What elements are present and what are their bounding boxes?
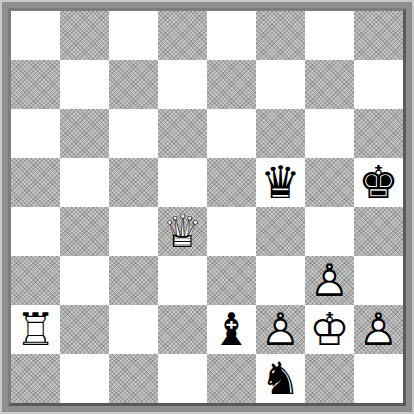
square-d1[interactable] — [158, 354, 207, 403]
square-e8[interactable] — [207, 11, 256, 60]
square-b4[interactable] — [60, 207, 109, 256]
black-knight-glyph: ♞ — [256, 354, 305, 403]
square-h4[interactable] — [354, 207, 403, 256]
white-pawn[interactable]: ♟♙ — [354, 305, 403, 354]
white-rook-glyph: ♖ — [11, 305, 60, 354]
square-e4[interactable] — [207, 207, 256, 256]
square-c6[interactable] — [109, 109, 158, 158]
black-queen[interactable]: ♛ — [256, 158, 305, 207]
square-e1[interactable] — [207, 354, 256, 403]
square-h3[interactable] — [354, 256, 403, 305]
square-f2[interactable]: ♟♙ — [256, 305, 305, 354]
square-a2[interactable]: ♜♖ — [11, 305, 60, 354]
square-a3[interactable] — [11, 256, 60, 305]
white-pawn-glyph: ♙ — [305, 256, 354, 305]
square-b7[interactable] — [60, 60, 109, 109]
square-e3[interactable] — [207, 256, 256, 305]
square-c5[interactable] — [109, 158, 158, 207]
square-c1[interactable] — [109, 354, 158, 403]
square-g7[interactable] — [305, 60, 354, 109]
square-a8[interactable] — [11, 11, 60, 60]
square-e7[interactable] — [207, 60, 256, 109]
square-c8[interactable] — [109, 11, 158, 60]
black-king[interactable]: ♚ — [354, 158, 403, 207]
square-a5[interactable] — [11, 158, 60, 207]
white-rook[interactable]: ♜♖ — [11, 305, 60, 354]
square-b6[interactable] — [60, 109, 109, 158]
square-f1[interactable]: ♞ — [256, 354, 305, 403]
chess-board: ♛♚♛♕♟♙♜♖♝♟♙♚♔♟♙♞ — [8, 8, 406, 406]
square-h1[interactable] — [354, 354, 403, 403]
square-f6[interactable] — [256, 109, 305, 158]
square-b5[interactable] — [60, 158, 109, 207]
square-g6[interactable] — [305, 109, 354, 158]
square-a6[interactable] — [11, 109, 60, 158]
square-h8[interactable] — [354, 11, 403, 60]
white-king[interactable]: ♚♔ — [305, 305, 354, 354]
square-c2[interactable] — [109, 305, 158, 354]
white-queen[interactable]: ♛♕ — [158, 207, 207, 256]
square-g8[interactable] — [305, 11, 354, 60]
white-pawn[interactable]: ♟♙ — [256, 305, 305, 354]
square-d7[interactable] — [158, 60, 207, 109]
square-h7[interactable] — [354, 60, 403, 109]
square-b1[interactable] — [60, 354, 109, 403]
square-e6[interactable] — [207, 109, 256, 158]
square-c7[interactable] — [109, 60, 158, 109]
square-e2[interactable]: ♝ — [207, 305, 256, 354]
black-bishop-glyph: ♝ — [207, 305, 256, 354]
board-frame: ♛♚♛♕♟♙♜♖♝♟♙♚♔♟♙♞ — [0, 0, 414, 414]
square-h5[interactable]: ♚ — [354, 158, 403, 207]
square-a7[interactable] — [11, 60, 60, 109]
square-d5[interactable] — [158, 158, 207, 207]
square-e5[interactable] — [207, 158, 256, 207]
black-king-glyph: ♚ — [354, 158, 403, 207]
square-d6[interactable] — [158, 109, 207, 158]
square-g1[interactable] — [305, 354, 354, 403]
square-h2[interactable]: ♟♙ — [354, 305, 403, 354]
white-pawn[interactable]: ♟♙ — [305, 256, 354, 305]
black-knight[interactable]: ♞ — [256, 354, 305, 403]
white-pawn-glyph: ♙ — [256, 305, 305, 354]
square-c3[interactable] — [109, 256, 158, 305]
square-g3[interactable]: ♟♙ — [305, 256, 354, 305]
square-d2[interactable] — [158, 305, 207, 354]
white-queen-glyph: ♕ — [158, 207, 207, 256]
square-g4[interactable] — [305, 207, 354, 256]
square-a1[interactable] — [11, 354, 60, 403]
square-f7[interactable] — [256, 60, 305, 109]
square-b8[interactable] — [60, 11, 109, 60]
square-g2[interactable]: ♚♔ — [305, 305, 354, 354]
square-a4[interactable] — [11, 207, 60, 256]
square-d3[interactable] — [158, 256, 207, 305]
square-d8[interactable] — [158, 11, 207, 60]
square-b2[interactable] — [60, 305, 109, 354]
square-f4[interactable] — [256, 207, 305, 256]
square-h6[interactable] — [354, 109, 403, 158]
square-f5[interactable]: ♛ — [256, 158, 305, 207]
square-g5[interactable] — [305, 158, 354, 207]
white-pawn-glyph: ♙ — [354, 305, 403, 354]
square-b3[interactable] — [60, 256, 109, 305]
square-c4[interactable] — [109, 207, 158, 256]
black-bishop[interactable]: ♝ — [207, 305, 256, 354]
square-d4[interactable]: ♛♕ — [158, 207, 207, 256]
black-queen-glyph: ♛ — [256, 158, 305, 207]
square-f8[interactable] — [256, 11, 305, 60]
white-king-glyph: ♔ — [305, 305, 354, 354]
square-f3[interactable] — [256, 256, 305, 305]
